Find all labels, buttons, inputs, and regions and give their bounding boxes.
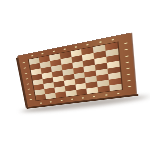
board-square	[109, 84, 122, 91]
board-square	[65, 90, 76, 97]
board-square	[87, 87, 99, 94]
chess-board	[18, 33, 136, 107]
board-square	[55, 91, 66, 98]
product-photo	[0, 0, 150, 150]
board-square	[98, 85, 110, 92]
board-square	[76, 89, 88, 96]
